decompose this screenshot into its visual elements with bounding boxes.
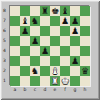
black-bishop[interactable]: ♝	[20, 16, 30, 26]
file-label-f: f	[60, 86, 70, 94]
square-d7[interactable]	[40, 16, 50, 26]
square-h3[interactable]	[80, 56, 90, 66]
square-b1[interactable]	[20, 76, 30, 86]
file-label-e: e	[50, 86, 60, 94]
square-b2[interactable]	[20, 66, 30, 76]
square-d5[interactable]	[40, 36, 50, 46]
square-c7[interactable]: ♞	[30, 16, 40, 26]
square-e6[interactable]	[50, 26, 60, 36]
rank-label-4: 4	[0, 46, 9, 56]
square-f5[interactable]	[60, 36, 70, 46]
square-f2[interactable]	[60, 66, 70, 76]
square-g7[interactable]: ♟	[70, 16, 80, 26]
square-g4[interactable]	[70, 46, 80, 56]
square-e2[interactable]: ♝	[50, 66, 60, 76]
square-g8[interactable]	[70, 6, 80, 16]
rank-label-6: 6	[0, 26, 9, 36]
file-label-b: b	[20, 86, 30, 94]
black-bishop[interactable]: ♝	[60, 6, 70, 16]
rank-labels: 87654321	[0, 6, 9, 86]
file-label-c: c	[30, 86, 40, 94]
square-g6[interactable]: ♟	[70, 26, 80, 36]
square-a2[interactable]	[10, 66, 20, 76]
file-labels: abcdefgh	[10, 86, 90, 94]
square-g3[interactable]: ♟	[70, 56, 80, 66]
black-pawn[interactable]: ♟	[70, 26, 80, 36]
square-a1[interactable]	[10, 76, 20, 86]
square-a7[interactable]	[10, 16, 20, 26]
rank-label-2: 2	[0, 66, 9, 76]
square-f8[interactable]: ♝	[60, 6, 70, 16]
square-h4[interactable]	[80, 46, 90, 56]
black-knight[interactable]: ♞	[30, 66, 40, 76]
black-rook[interactable]: ♜	[40, 6, 50, 16]
black-queen[interactable]: ♛	[80, 66, 90, 76]
square-a5[interactable]	[10, 36, 20, 46]
white-rook[interactable]: ♜	[50, 76, 60, 86]
rank-label-7: 7	[0, 16, 9, 26]
square-e4[interactable]	[50, 46, 60, 56]
black-pawn[interactable]: ♟	[70, 16, 80, 26]
square-e1[interactable]: ♜	[50, 76, 60, 86]
square-c2[interactable]: ♞	[30, 66, 40, 76]
square-c8[interactable]	[30, 6, 40, 16]
file-label-g: g	[70, 86, 80, 94]
square-f3[interactable]	[60, 56, 70, 66]
square-c3[interactable]	[30, 56, 40, 66]
square-h5[interactable]	[80, 36, 90, 46]
square-b5[interactable]	[20, 36, 30, 46]
black-king[interactable]: ♚	[50, 6, 60, 16]
square-d3[interactable]	[40, 56, 50, 66]
black-pawn[interactable]: ♟	[40, 46, 50, 56]
board-frame: 87654321 ♜♚♝♝♞♟♟♟♟♟♟♟♞♝♛♜♚ abcdefgh	[0, 0, 100, 100]
black-pawn[interactable]: ♟	[70, 56, 80, 66]
square-c1[interactable]	[30, 76, 40, 86]
square-d6[interactable]	[40, 26, 50, 36]
square-g1[interactable]	[70, 76, 80, 86]
white-bishop[interactable]: ♝	[50, 66, 60, 76]
square-b6[interactable]: ♟	[20, 26, 30, 36]
file-label-d: d	[40, 86, 50, 94]
square-f1[interactable]: ♚	[60, 76, 70, 86]
square-h6[interactable]	[80, 26, 90, 36]
square-c6[interactable]	[30, 26, 40, 36]
square-d4[interactable]: ♟	[40, 46, 50, 56]
black-pawn[interactable]: ♟	[60, 16, 70, 26]
square-h2[interactable]: ♛	[80, 66, 90, 76]
square-f7[interactable]: ♟	[60, 16, 70, 26]
square-b7[interactable]: ♝	[20, 16, 30, 26]
square-d1[interactable]	[40, 76, 50, 86]
square-b3[interactable]	[20, 56, 30, 66]
square-e5[interactable]	[50, 36, 60, 46]
white-king[interactable]: ♚	[60, 76, 70, 86]
square-e3[interactable]	[50, 56, 60, 66]
black-knight[interactable]: ♞	[30, 16, 40, 26]
square-d8[interactable]: ♜	[40, 6, 50, 16]
square-h1[interactable]	[80, 76, 90, 86]
square-c5[interactable]: ♟	[30, 36, 40, 46]
square-d2[interactable]	[40, 66, 50, 76]
file-label-a: a	[10, 86, 20, 94]
square-h8[interactable]	[80, 6, 90, 16]
chess-board[interactable]: ♜♚♝♝♞♟♟♟♟♟♟♟♞♝♛♜♚	[10, 6, 90, 86]
square-e8[interactable]: ♚	[50, 6, 60, 16]
square-b4[interactable]	[20, 46, 30, 56]
square-a6[interactable]	[10, 26, 20, 36]
square-a3[interactable]	[10, 56, 20, 66]
square-g5[interactable]	[70, 36, 80, 46]
black-pawn[interactable]: ♟	[20, 26, 30, 36]
rank-label-3: 3	[0, 56, 9, 66]
square-f6[interactable]	[60, 26, 70, 36]
rank-label-8: 8	[0, 6, 9, 16]
black-pawn[interactable]: ♟	[30, 36, 40, 46]
rank-label-5: 5	[0, 36, 9, 46]
square-g2[interactable]	[70, 66, 80, 76]
square-h7[interactable]	[80, 16, 90, 26]
file-label-h: h	[80, 86, 90, 94]
square-e7[interactable]	[50, 16, 60, 26]
square-f4[interactable]	[60, 46, 70, 56]
rank-label-1: 1	[0, 76, 9, 86]
square-a4[interactable]	[10, 46, 20, 56]
square-c4[interactable]	[30, 46, 40, 56]
square-b8[interactable]	[20, 6, 30, 16]
square-a8[interactable]	[10, 6, 20, 16]
